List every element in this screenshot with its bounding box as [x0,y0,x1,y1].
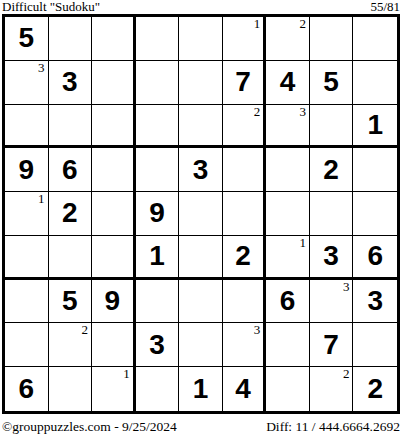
cell-r2c3[interactable] [92,61,136,105]
cell-r9c1[interactable]: 6 [5,367,49,411]
given-digit: 5 [49,280,92,323]
cell-r7c5[interactable] [179,280,223,324]
page-title: Difficult "Sudoku" [2,0,100,13]
cell-r2c7[interactable]: 4 [266,61,310,105]
cell-r1c4[interactable] [136,17,180,61]
given-digit: 7 [310,323,353,366]
cell-r5c8[interactable] [310,192,354,236]
cell-r5c9[interactable] [353,192,397,236]
cell-r7c2[interactable]: 5 [49,280,93,324]
given-digit: 1 [136,236,179,277]
given-digit: 5 [5,17,48,60]
cell-r1c7[interactable]: 2 [266,17,310,61]
cell-r1c9[interactable] [353,17,397,61]
cell-r5c2[interactable]: 2 [49,192,93,236]
cell-r4c2[interactable]: 6 [49,148,93,192]
cell-r8c1[interactable] [5,323,49,367]
cell-r9c2[interactable] [49,367,93,411]
cell-r3c3[interactable] [92,105,136,149]
cell-r7c6[interactable] [223,280,267,324]
given-digit: 3 [136,323,179,366]
given-digit: 3 [49,61,92,104]
cell-r4c9[interactable] [353,148,397,192]
cell-r8c8[interactable]: 7 [310,323,354,367]
pencil-mark: 1 [254,17,261,31]
cell-r1c5[interactable] [179,17,223,61]
cell-r7c1[interactable] [5,280,49,324]
cell-r3c9[interactable]: 1 [353,105,397,149]
cell-r3c2[interactable] [49,105,93,149]
pencil-mark: 3 [299,105,306,119]
cell-r2c2[interactable]: 3 [49,61,93,105]
pencil-mark: 1 [299,236,306,250]
cell-r1c3[interactable] [92,17,136,61]
given-digit: 4 [223,367,264,411]
cell-r2c4[interactable] [136,61,180,105]
cell-r5c7[interactable] [266,192,310,236]
cell-r6c8[interactable]: 3 [310,236,354,280]
cell-r2c9[interactable] [353,61,397,105]
cell-r9c8[interactable]: 2 [310,367,354,411]
cell-r6c6[interactable]: 2 [223,236,267,280]
given-digit: 6 [49,148,92,191]
given-digit: 1 [179,367,222,411]
cell-r6c7[interactable]: 1 [266,236,310,280]
cell-r6c9[interactable]: 6 [353,236,397,280]
given-digit: 7 [223,61,264,104]
cell-r7c9[interactable]: 3 [353,280,397,324]
given-digit: 9 [136,192,179,235]
given-digit: 6 [266,280,309,323]
cell-r7c3[interactable]: 9 [92,280,136,324]
given-digit: 4 [266,61,309,104]
cell-r9c4[interactable] [136,367,180,411]
cell-r4c5[interactable]: 3 [179,148,223,192]
cell-r9c3[interactable]: 1 [92,367,136,411]
page-header: Difficult "Sudoku" 55/81 [2,0,400,14]
given-digit: 9 [92,280,133,323]
pencil-mark: 2 [343,367,350,381]
given-digit: 3 [353,280,397,323]
given-digit: 2 [353,367,397,411]
given-digit: 2 [49,192,92,235]
cell-r1c8[interactable] [310,17,354,61]
given-digit: 5 [310,61,353,104]
cell-r4c1[interactable]: 9 [5,148,49,192]
pencil-mark: 2 [299,17,306,31]
cell-r1c2[interactable] [49,17,93,61]
cell-r5c5[interactable] [179,192,223,236]
given-digit: 1 [353,105,397,146]
pencil-mark: 3 [254,323,261,337]
cell-r6c5[interactable] [179,236,223,280]
cell-r6c1[interactable] [5,236,49,280]
cell-r7c8[interactable]: 3 [310,280,354,324]
cell-r8c4[interactable]: 3 [136,323,180,367]
cell-r2c8[interactable]: 5 [310,61,354,105]
cell-r4c6[interactable] [223,148,267,192]
pencil-mark: 1 [123,367,130,381]
given-digit: 6 [5,367,48,411]
cell-r4c3[interactable] [92,148,136,192]
given-digit: 2 [223,236,264,277]
given-digit: 6 [353,236,397,277]
cell-r2c1[interactable]: 3 [5,61,49,105]
cell-r3c1[interactable] [5,105,49,149]
cell-r9c9[interactable]: 2 [353,367,397,411]
cell-r4c8[interactable]: 2 [310,148,354,192]
cell-r2c6[interactable]: 7 [223,61,267,105]
cell-r8c6[interactable]: 3 [223,323,267,367]
cell-r8c5[interactable] [179,323,223,367]
cell-r8c9[interactable] [353,323,397,367]
cell-r5c1[interactable]: 1 [5,192,49,236]
cell-r4c7[interactable] [266,148,310,192]
cell-r6c2[interactable] [49,236,93,280]
footer-copyright: ©grouppuzzles.com - 9/25/2024 [2,419,177,434]
cell-r8c7[interactable] [266,323,310,367]
cell-r3c8[interactable] [310,105,354,149]
cell-r5c4[interactable]: 9 [136,192,180,236]
given-digit: 9 [5,148,48,191]
cell-r9c5[interactable]: 1 [179,367,223,411]
cell-r5c6[interactable] [223,192,267,236]
sudoku-grid: 51233745231963212912136596332337611422 [2,14,400,414]
pencil-mark: 2 [254,105,261,119]
cell-r8c2[interactable]: 2 [49,323,93,367]
cell-r3c7[interactable]: 3 [266,105,310,149]
cell-r6c4[interactable]: 1 [136,236,180,280]
given-digit: 3 [179,148,222,191]
cell-r9c7[interactable] [266,367,310,411]
given-digit: 2 [310,148,353,191]
cell-r1c6[interactable]: 1 [223,17,267,61]
given-digit: 3 [310,236,353,277]
pencil-mark: 3 [343,280,350,294]
cell-r7c7[interactable]: 6 [266,280,310,324]
footer-diff: Diff: 11 / 444.6664.2692 [266,419,400,434]
cell-r3c5[interactable] [179,105,223,149]
page-footer: ©grouppuzzles.com - 9/25/2024 Diff: 11 /… [2,419,400,434]
sudoku-page: Difficult "Sudoku" 55/81 512337452319632… [0,0,403,437]
cell-r3c4[interactable] [136,105,180,149]
cell-r1c1[interactable]: 5 [5,17,49,61]
cell-r4c4[interactable] [136,148,180,192]
cell-r9c6[interactable]: 4 [223,367,267,411]
cell-r5c3[interactable] [92,192,136,236]
pencil-mark: 3 [38,61,45,75]
pencil-mark: 2 [82,323,89,337]
cell-r2c5[interactable] [179,61,223,105]
cell-r8c3[interactable] [92,323,136,367]
pencil-mark: 1 [38,192,45,206]
cell-r6c3[interactable] [92,236,136,280]
cell-r3c6[interactable]: 2 [223,105,267,149]
cell-r7c4[interactable] [136,280,180,324]
puzzle-counter: 55/81 [370,0,400,13]
